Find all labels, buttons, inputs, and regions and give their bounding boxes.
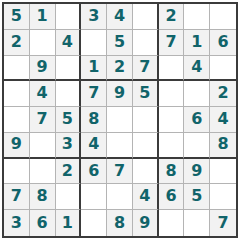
- cell-r6c9: 8: [210, 133, 236, 159]
- cell-r3c4: 1: [81, 56, 107, 82]
- cell-r9c3: 1: [56, 210, 82, 236]
- cell-r2c3: 4: [56, 30, 82, 56]
- cell-r6c6[interactable]: [133, 133, 159, 159]
- cell-r8c3[interactable]: [56, 184, 82, 210]
- cell-r5c4: 8: [81, 107, 107, 133]
- cell-r3c9[interactable]: [210, 56, 236, 82]
- cell-r7c1[interactable]: [4, 159, 30, 185]
- cell-r6c2[interactable]: [30, 133, 56, 159]
- cell-r2c9: 6: [210, 30, 236, 56]
- cell-r3c6: 7: [133, 56, 159, 82]
- cell-r2c2[interactable]: [30, 30, 56, 56]
- cell-r5c7[interactable]: [159, 107, 185, 133]
- cell-r2c5: 5: [107, 30, 133, 56]
- sudoku-board-container: 5134224571691274479527586493482678978465…: [0, 0, 240, 240]
- cell-r4c4: 7: [81, 81, 107, 107]
- cell-r6c3: 3: [56, 133, 82, 159]
- cell-r9c9: 7: [210, 210, 236, 236]
- cell-r5c3: 5: [56, 107, 82, 133]
- cell-r3c1[interactable]: [4, 56, 30, 82]
- cell-r5c5[interactable]: [107, 107, 133, 133]
- cell-r2c8: 1: [184, 30, 210, 56]
- cell-r3c7[interactable]: [159, 56, 185, 82]
- cell-r2c7: 7: [159, 30, 185, 56]
- cell-r8c9[interactable]: [210, 184, 236, 210]
- sudoku-board: 5134224571691274479527586493482678978465…: [2, 2, 238, 238]
- cell-r1c3[interactable]: [56, 4, 82, 30]
- cell-r8c4[interactable]: [81, 184, 107, 210]
- cell-r5c2: 7: [30, 107, 56, 133]
- cell-r7c2[interactable]: [30, 159, 56, 185]
- cell-r1c6[interactable]: [133, 4, 159, 30]
- cell-r1c7: 2: [159, 4, 185, 30]
- cell-r5c6[interactable]: [133, 107, 159, 133]
- cell-r9c7[interactable]: [159, 210, 185, 236]
- cell-r4c2: 4: [30, 81, 56, 107]
- cell-r4c1[interactable]: [4, 81, 30, 107]
- cell-r1c1: 5: [4, 4, 30, 30]
- cell-r9c2: 6: [30, 210, 56, 236]
- cell-r2c6[interactable]: [133, 30, 159, 56]
- cell-r7c6[interactable]: [133, 159, 159, 185]
- cell-r8c2: 8: [30, 184, 56, 210]
- cell-r4c6: 5: [133, 81, 159, 107]
- cell-r6c8[interactable]: [184, 133, 210, 159]
- cell-r4c3[interactable]: [56, 81, 82, 107]
- cell-r4c8[interactable]: [184, 81, 210, 107]
- cell-r1c8[interactable]: [184, 4, 210, 30]
- cell-r2c1: 2: [4, 30, 30, 56]
- cell-r4c5: 9: [107, 81, 133, 107]
- cell-r2c4[interactable]: [81, 30, 107, 56]
- cell-r7c4: 6: [81, 159, 107, 185]
- cell-r5c1[interactable]: [4, 107, 30, 133]
- cell-r5c9: 4: [210, 107, 236, 133]
- cell-r6c7[interactable]: [159, 133, 185, 159]
- cell-r8c1: 7: [4, 184, 30, 210]
- cell-r1c2: 1: [30, 4, 56, 30]
- cell-r3c3[interactable]: [56, 56, 82, 82]
- cell-r9c8[interactable]: [184, 210, 210, 236]
- cell-r8c6: 4: [133, 184, 159, 210]
- cell-r7c7: 8: [159, 159, 185, 185]
- cell-r5c8: 6: [184, 107, 210, 133]
- cell-r8c7: 6: [159, 184, 185, 210]
- cell-r9c5: 8: [107, 210, 133, 236]
- cell-r7c3: 2: [56, 159, 82, 185]
- cell-r7c8: 9: [184, 159, 210, 185]
- cell-r6c4: 4: [81, 133, 107, 159]
- cell-r9c4[interactable]: [81, 210, 107, 236]
- cell-r8c8: 5: [184, 184, 210, 210]
- cell-r4c7[interactable]: [159, 81, 185, 107]
- cell-r1c5: 4: [107, 4, 133, 30]
- cell-r1c9[interactable]: [210, 4, 236, 30]
- cell-r6c1: 9: [4, 133, 30, 159]
- cell-r3c5: 2: [107, 56, 133, 82]
- cell-r3c8: 4: [184, 56, 210, 82]
- cell-r6c5[interactable]: [107, 133, 133, 159]
- cell-r8c5[interactable]: [107, 184, 133, 210]
- cell-r9c1: 3: [4, 210, 30, 236]
- cell-r4c9: 2: [210, 81, 236, 107]
- cell-r7c5: 7: [107, 159, 133, 185]
- cell-r1c4: 3: [81, 4, 107, 30]
- cell-r7c9[interactable]: [210, 159, 236, 185]
- cell-r9c6: 9: [133, 210, 159, 236]
- cell-r3c2: 9: [30, 56, 56, 82]
